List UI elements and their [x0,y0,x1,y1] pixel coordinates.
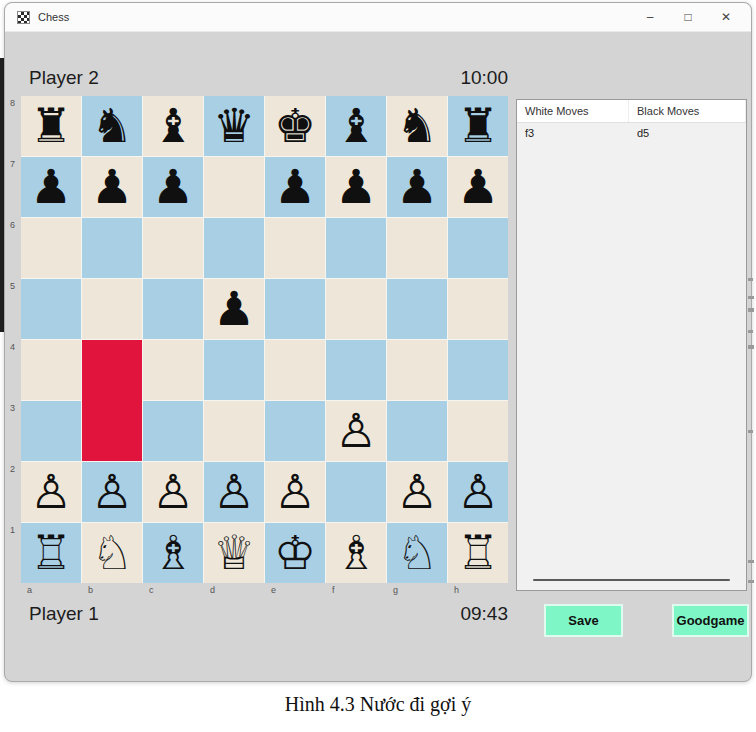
white-pawn: ♙ [82,462,142,522]
white-pawn: ♙ [326,401,386,461]
white-pawn: ♙ [265,462,325,522]
white-pawn: ♙ [143,462,203,522]
white-pawn: ♙ [387,462,447,522]
rank-label-1: 1 [10,525,20,535]
square-f6[interactable] [326,218,386,278]
square-d7[interactable] [204,157,264,217]
square-h1[interactable]: ♖ [448,523,508,583]
square-c2[interactable]: ♙ [143,462,203,522]
square-c4[interactable] [143,340,203,400]
window-controls: – □ ✕ [631,3,745,31]
chessboard-app-icon [17,11,30,24]
rank-label-3: 3 [10,403,20,413]
square-c3[interactable] [143,401,203,461]
horizontal-scrollbar[interactable] [533,579,730,581]
close-button[interactable]: ✕ [707,3,745,31]
black-pawn: ♟ [143,157,203,217]
square-g4[interactable] [387,340,447,400]
white-pawn: ♙ [21,462,81,522]
black-bishop: ♝ [143,96,203,156]
square-e7[interactable]: ♟ [265,157,325,217]
square-h5[interactable] [448,279,508,339]
figure-caption: Hình 4.3 Nước đi gợi ý [0,693,756,716]
square-a8[interactable]: ♜ [21,96,81,156]
rank-label-7: 7 [10,159,20,169]
square-g8[interactable]: ♞ [387,96,447,156]
square-d2[interactable]: ♙ [204,462,264,522]
white-knight: ♘ [82,523,142,583]
square-a6[interactable] [21,218,81,278]
square-c7[interactable]: ♟ [143,157,203,217]
suggested-move-highlight [82,340,142,461]
edge-artifact [748,580,754,583]
black-knight: ♞ [387,96,447,156]
square-e2[interactable]: ♙ [265,462,325,522]
black-rook: ♜ [448,96,508,156]
edge-artifact [748,345,754,349]
move-list-panel: White Moves Black Moves f3d5 [516,99,747,591]
square-b7[interactable]: ♟ [82,157,142,217]
black-knight: ♞ [82,96,142,156]
black-rook: ♜ [21,96,81,156]
move-list-body: f3d5 [517,123,746,143]
move-row-1[interactable]: f3d5 [517,123,746,143]
square-d3[interactable] [204,401,264,461]
player2-name: Player 2 [29,67,99,89]
square-h8[interactable]: ♜ [448,96,508,156]
player1-clock: 09:43 [408,603,508,625]
white-bishop: ♗ [326,523,386,583]
white-queen: ♕ [204,523,264,583]
black-queen: ♛ [204,96,264,156]
chess-app-window: Chess – □ ✕ Player 2 10:00 ♜♞♝♛♚♝♞♜♟♟♟♟♟… [4,2,752,682]
white-knight: ♘ [387,523,447,583]
minimize-button[interactable]: – [631,3,669,31]
rank-label-5: 5 [10,281,20,291]
square-b6[interactable] [82,218,142,278]
square-d4[interactable] [204,340,264,400]
goodgame-button[interactable]: Goodgame [672,604,749,637]
maximize-button[interactable]: □ [669,3,707,31]
white-pawn: ♙ [204,462,264,522]
title-bar: Chess – □ ✕ [5,3,751,32]
square-d6[interactable] [204,218,264,278]
square-h4[interactable] [448,340,508,400]
black-moves-header[interactable]: Black Moves [629,100,746,122]
edge-artifact [748,296,754,299]
square-h7[interactable]: ♟ [448,157,508,217]
square-f7[interactable]: ♟ [326,157,386,217]
square-a7[interactable]: ♟ [21,157,81,217]
white-pawn: ♙ [448,462,508,522]
square-b1[interactable]: ♘ [82,523,142,583]
white-move: f3 [517,127,629,139]
white-bishop: ♗ [143,523,203,583]
square-b2[interactable]: ♙ [82,462,142,522]
square-e8[interactable]: ♚ [265,96,325,156]
file-label-b: b [88,585,93,595]
square-e3[interactable] [265,401,325,461]
square-a3[interactable] [21,401,81,461]
square-g2[interactable]: ♙ [387,462,447,522]
white-moves-header[interactable]: White Moves [517,100,629,122]
square-f4[interactable] [326,340,386,400]
square-a5[interactable] [21,279,81,339]
black-pawn: ♟ [326,157,386,217]
rank-label-8: 8 [10,98,20,108]
square-e1[interactable]: ♔ [265,523,325,583]
black-pawn: ♟ [204,279,264,339]
file-label-e: e [271,585,276,595]
square-h3[interactable] [448,401,508,461]
square-g7[interactable]: ♟ [387,157,447,217]
black-pawn: ♟ [82,157,142,217]
square-f8[interactable]: ♝ [326,96,386,156]
black-king: ♚ [265,96,325,156]
square-c1[interactable]: ♗ [143,523,203,583]
square-d8[interactable]: ♛ [204,96,264,156]
black-pawn: ♟ [265,157,325,217]
square-b8[interactable]: ♞ [82,96,142,156]
white-king: ♔ [265,523,325,583]
square-e6[interactable] [265,218,325,278]
player1-name: Player 1 [29,603,99,625]
file-label-a: a [27,585,32,595]
edge-artifact [748,278,753,281]
square-g6[interactable] [387,218,447,278]
square-f5[interactable] [326,279,386,339]
file-label-d: d [210,585,215,595]
square-f1[interactable]: ♗ [326,523,386,583]
chess-board: ♜♞♝♛♚♝♞♜♟♟♟♟♟♟♟♟♙♙♙♙♙♙♙♙♖♘♗♕♔♗♘♖ [21,96,508,583]
player2-clock: 10:00 [408,67,508,89]
black-move: d5 [629,127,746,139]
square-a1[interactable]: ♖ [21,523,81,583]
square-b5[interactable] [82,279,142,339]
window-title: Chess [38,11,69,23]
square-h2[interactable]: ♙ [448,462,508,522]
file-label-f: f [332,585,335,595]
square-c6[interactable] [143,218,203,278]
square-e4[interactable] [265,340,325,400]
black-pawn: ♟ [21,157,81,217]
black-pawn: ♟ [448,157,508,217]
rank-label-4: 4 [10,342,20,352]
square-g1[interactable]: ♘ [387,523,447,583]
edge-artifact [748,308,754,312]
square-g3[interactable] [387,401,447,461]
edge-artifact [748,430,753,433]
square-c8[interactable]: ♝ [143,96,203,156]
square-c5[interactable] [143,279,203,339]
square-f3[interactable]: ♙ [326,401,386,461]
square-e5[interactable] [265,279,325,339]
white-rook: ♖ [448,523,508,583]
move-list-header: White Moves Black Moves [517,100,746,123]
square-a2[interactable]: ♙ [21,462,81,522]
square-f2[interactable] [326,462,386,522]
file-label-g: g [393,585,398,595]
rank-label-2: 2 [10,464,20,474]
square-a4[interactable] [21,340,81,400]
black-pawn: ♟ [387,157,447,217]
square-d5[interactable]: ♟ [204,279,264,339]
square-h6[interactable] [448,218,508,278]
edge-artifact [748,560,754,563]
save-button[interactable]: Save [544,604,623,637]
white-rook: ♖ [21,523,81,583]
edge-artifact [748,330,753,333]
file-label-h: h [454,585,459,595]
rank-label-6: 6 [10,220,20,230]
file-label-c: c [149,585,154,595]
square-d1[interactable]: ♕ [204,523,264,583]
square-g5[interactable] [387,279,447,339]
black-bishop: ♝ [326,96,386,156]
